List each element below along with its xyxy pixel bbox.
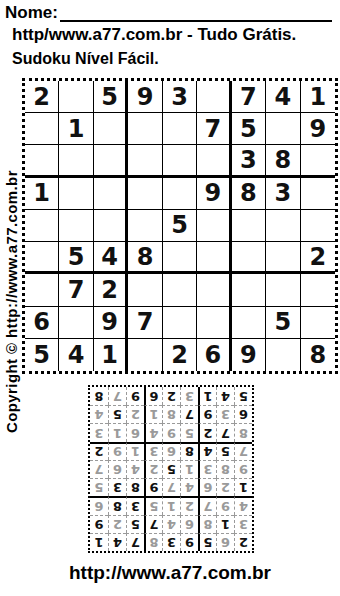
solution-cell-r2c9: 9	[90, 515, 108, 533]
puzzle-cell-r8c4: 7	[128, 307, 162, 339]
solution-cell-r9c5: 2	[162, 387, 180, 405]
solution-cell-r3c4: 2	[180, 496, 198, 514]
puzzle-cell-r4c6: 9	[197, 178, 231, 210]
solution-cell-r2c7: 5	[126, 515, 144, 533]
solution-cell-r1c9: 1	[90, 533, 108, 551]
puzzle-cell-r1c8: 4	[266, 81, 300, 113]
solution-cell-r5c2: 8	[216, 460, 234, 478]
sudoku-puzzle-grid: 25937411759381983554827269755412698	[22, 78, 338, 374]
solution-cell-r9c6: 6	[144, 387, 162, 405]
solution-cell-r6c1: 7	[234, 442, 252, 460]
solution-cell-r2c8: 2	[108, 515, 126, 533]
solution-cell-r5c4: 1	[180, 460, 198, 478]
solution-cell-r6c6: 3	[144, 442, 162, 460]
puzzle-cell-r8c8: 5	[266, 307, 300, 339]
puzzle-cell-r8c3: 9	[94, 307, 128, 339]
puzzle-level-title: Sudoku Nível Fácil.	[12, 50, 340, 68]
puzzle-cell-r3c6	[197, 145, 231, 177]
solution-cell-r1c4: 9	[180, 533, 198, 551]
solution-cell-r7c1: 8	[234, 423, 252, 441]
puzzle-cell-r7c4	[128, 274, 162, 306]
puzzle-cell-r2c5	[163, 113, 197, 145]
name-row: Nome:	[0, 0, 340, 22]
solution-cell-r9c1: 5	[234, 387, 252, 405]
puzzle-cell-r7c7	[232, 274, 266, 306]
puzzle-cell-r4c3	[94, 178, 128, 210]
puzzle-cell-r7c8	[266, 274, 300, 306]
solution-cell-r6c5: 6	[162, 442, 180, 460]
solution-cell-r3c1: 4	[234, 496, 252, 514]
solution-cell-r9c4: 3	[180, 387, 198, 405]
puzzle-cell-r6c5	[163, 242, 197, 274]
solution-cell-r9c8: 7	[108, 387, 126, 405]
solution-cell-r3c6: 5	[144, 496, 162, 514]
puzzle-cell-r3c3	[94, 145, 128, 177]
puzzle-cell-r8c6	[197, 307, 231, 339]
solution-cell-r8c5: 8	[162, 405, 180, 423]
puzzle-cell-r4c4	[128, 178, 162, 210]
puzzle-cell-r7c1	[25, 274, 59, 306]
puzzle-cell-r1c2	[59, 81, 93, 113]
solution-cell-r4c9: 5	[90, 478, 108, 496]
footer-url: http://www.a77.com.br	[0, 562, 340, 584]
solution-cell-r8c7: 2	[126, 405, 144, 423]
solution-cell-r3c8: 8	[108, 496, 126, 514]
puzzle-cell-r7c5	[163, 274, 197, 306]
solution-cell-r7c5: 9	[162, 423, 180, 441]
solution-cell-r6c3: 4	[198, 442, 216, 460]
puzzle-cell-r5c1	[25, 210, 59, 242]
solution-cell-r3c2: 9	[216, 496, 234, 514]
solution-cell-r6c4: 8	[180, 442, 198, 460]
solution-cell-r5c9: 7	[90, 460, 108, 478]
puzzle-cell-r5c6	[197, 210, 231, 242]
puzzle-cell-r3c5	[163, 145, 197, 177]
puzzle-cell-r1c1: 2	[25, 81, 59, 113]
name-fill-line	[60, 5, 332, 22]
puzzle-cell-r8c7	[232, 307, 266, 339]
puzzle-cell-r5c4	[128, 210, 162, 242]
puzzle-cell-r3c7: 3	[232, 145, 266, 177]
solution-cell-r6c8: 9	[108, 442, 126, 460]
solution-cell-r7c4: 5	[180, 423, 198, 441]
puzzle-cell-r5c8	[266, 210, 300, 242]
solution-cell-r8c1: 6	[234, 405, 252, 423]
solution-cell-r1c6: 8	[144, 533, 162, 551]
solution-cell-r7c3: 2	[198, 423, 216, 441]
solution-cell-r3c3: 7	[198, 496, 216, 514]
solution-cell-r8c3: 9	[198, 405, 216, 423]
solution-cell-r6c9: 2	[90, 442, 108, 460]
puzzle-cell-r1c7: 7	[232, 81, 266, 113]
solution-cell-r1c7: 7	[126, 533, 144, 551]
puzzle-cell-r9c3: 1	[94, 339, 128, 371]
puzzle-cell-r9c8	[266, 339, 300, 371]
solution-cell-r3c7: 3	[126, 496, 144, 514]
solution-cell-r4c3: 6	[198, 478, 216, 496]
solution-cell-r9c2: 4	[216, 387, 234, 405]
puzzle-cell-r4c9	[301, 178, 335, 210]
puzzle-cell-r8c2	[59, 307, 93, 339]
puzzle-cell-r6c4: 8	[128, 242, 162, 274]
solution-cell-r9c7: 9	[126, 387, 144, 405]
puzzle-cell-r5c2	[59, 210, 93, 242]
solution-cell-r7c7: 6	[126, 423, 144, 441]
solution-cell-r2c2: 1	[216, 515, 234, 533]
puzzle-cell-r3c1	[25, 145, 59, 177]
puzzle-cell-r8c1: 6	[25, 307, 59, 339]
solution-cell-r4c4: 4	[180, 478, 198, 496]
puzzle-cell-r6c8	[266, 242, 300, 274]
puzzle-cell-r3c9	[301, 145, 335, 177]
copyright-vertical-text: Copyright © http://www.a77.com.br	[3, 81, 20, 433]
puzzle-cell-r9c9: 8	[301, 339, 335, 371]
solution-cell-r2c5: 4	[162, 515, 180, 533]
puzzle-cell-r1c5: 3	[163, 81, 197, 113]
puzzle-cell-r5c3	[94, 210, 128, 242]
name-label: Nome:	[5, 3, 58, 22]
solution-cell-r2c3: 8	[198, 515, 216, 533]
solution-cell-r3c5: 1	[162, 496, 180, 514]
sudoku-sheet: Nome: http/www.a77.com.br - Tudo Grátis.…	[0, 0, 340, 596]
solution-cell-r8c8: 5	[108, 405, 126, 423]
solution-cell-r2c4: 6	[180, 515, 198, 533]
solution-cell-r1c3: 5	[198, 533, 216, 551]
solution-cell-r7c2: 7	[216, 423, 234, 441]
solution-cell-r5c1: 9	[234, 460, 252, 478]
solution-cell-r5c6: 2	[144, 460, 162, 478]
puzzle-cell-r5c7	[232, 210, 266, 242]
puzzle-cell-r3c4	[128, 145, 162, 177]
solution-cell-r4c8: 3	[108, 478, 126, 496]
puzzle-cell-r3c8: 8	[266, 145, 300, 177]
solution-cell-r9c9: 8	[90, 387, 108, 405]
puzzle-cell-r9c1: 5	[25, 339, 59, 371]
puzzle-cell-r7c3: 2	[94, 274, 128, 306]
solution-cell-r7c8: 1	[108, 423, 126, 441]
solution-cell-r1c1: 2	[234, 533, 252, 551]
solution-cell-r1c2: 6	[216, 533, 234, 551]
puzzle-cell-r4c8: 3	[266, 178, 300, 210]
puzzle-cell-r3c2	[59, 145, 93, 177]
site-tagline: http/www.a77.com.br - Tudo Grátis.	[12, 25, 340, 45]
puzzle-cell-r4c5	[163, 178, 197, 210]
puzzle-cell-r6c7	[232, 242, 266, 274]
puzzle-cell-r2c6: 7	[197, 113, 231, 145]
puzzle-cell-r2c7: 5	[232, 113, 266, 145]
puzzle-cell-r2c8	[266, 113, 300, 145]
puzzle-cell-r7c9	[301, 274, 335, 306]
puzzle-cell-r6c3: 4	[94, 242, 128, 274]
solution-cell-r8c2: 3	[216, 405, 234, 423]
solution-cell-r8c6: 1	[144, 405, 162, 423]
solution-cell-r8c4: 7	[180, 405, 198, 423]
solution-cell-r4c5: 7	[162, 478, 180, 496]
puzzle-cell-r1c3: 5	[94, 81, 128, 113]
solution-cell-r9c3: 1	[198, 387, 216, 405]
puzzle-cell-r2c2: 1	[59, 113, 93, 145]
puzzle-cell-r2c1	[25, 113, 59, 145]
solution-cell-r5c3: 3	[198, 460, 216, 478]
solution-cell-r8c9: 4	[90, 405, 108, 423]
solution-cell-r5c7: 4	[126, 460, 144, 478]
puzzle-cell-r7c2: 7	[59, 274, 93, 306]
puzzle-cell-r7c6	[197, 274, 231, 306]
puzzle-cell-r5c9	[301, 210, 335, 242]
puzzle-cell-r6c1	[25, 242, 59, 274]
puzzle-cell-r6c9: 2	[301, 242, 335, 274]
solution-cell-r7c6: 4	[144, 423, 162, 441]
puzzle-cell-r2c9: 9	[301, 113, 335, 145]
puzzle-cell-r1c9: 1	[301, 81, 335, 113]
solution-cell-r4c7: 8	[126, 478, 144, 496]
solution-cell-r2c1: 3	[234, 515, 252, 533]
sudoku-solution-grid-rotated: 2659387413186475294972153861264798359831…	[88, 385, 254, 553]
puzzle-cell-r2c3	[94, 113, 128, 145]
solution-cell-r6c2: 5	[216, 442, 234, 460]
puzzle-cell-r4c2	[59, 178, 93, 210]
puzzle-cell-r1c4: 9	[128, 81, 162, 113]
solution-cell-r1c5: 3	[162, 533, 180, 551]
solution-cell-r4c6: 9	[144, 478, 162, 496]
puzzle-cell-r6c6	[197, 242, 231, 274]
puzzle-cell-r8c5	[163, 307, 197, 339]
puzzle-cell-r9c6: 6	[197, 339, 231, 371]
puzzle-cell-r1c6	[197, 81, 231, 113]
solution-cell-r3c9: 6	[90, 496, 108, 514]
solution-cell-r4c1: 1	[234, 478, 252, 496]
solution-cell-r4c2: 2	[216, 478, 234, 496]
puzzle-cell-r6c2: 5	[59, 242, 93, 274]
puzzle-cell-r5c5: 5	[163, 210, 197, 242]
puzzle-cell-r4c1: 1	[25, 178, 59, 210]
puzzle-cell-r9c2: 4	[59, 339, 93, 371]
puzzle-cell-r9c5: 2	[163, 339, 197, 371]
puzzle-cell-r4c7: 8	[232, 178, 266, 210]
solution-cell-r5c8: 6	[108, 460, 126, 478]
puzzle-cell-r8c9	[301, 307, 335, 339]
solution-cell-r5c5: 5	[162, 460, 180, 478]
solution-cell-r1c8: 4	[108, 533, 126, 551]
solution-cell-r7c9: 3	[90, 423, 108, 441]
puzzle-cell-r9c7: 9	[232, 339, 266, 371]
puzzle-cell-r9c4	[128, 339, 162, 371]
puzzle-cell-r2c4	[128, 113, 162, 145]
solution-cell-r2c6: 7	[144, 515, 162, 533]
solution-cell-r6c7: 1	[126, 442, 144, 460]
